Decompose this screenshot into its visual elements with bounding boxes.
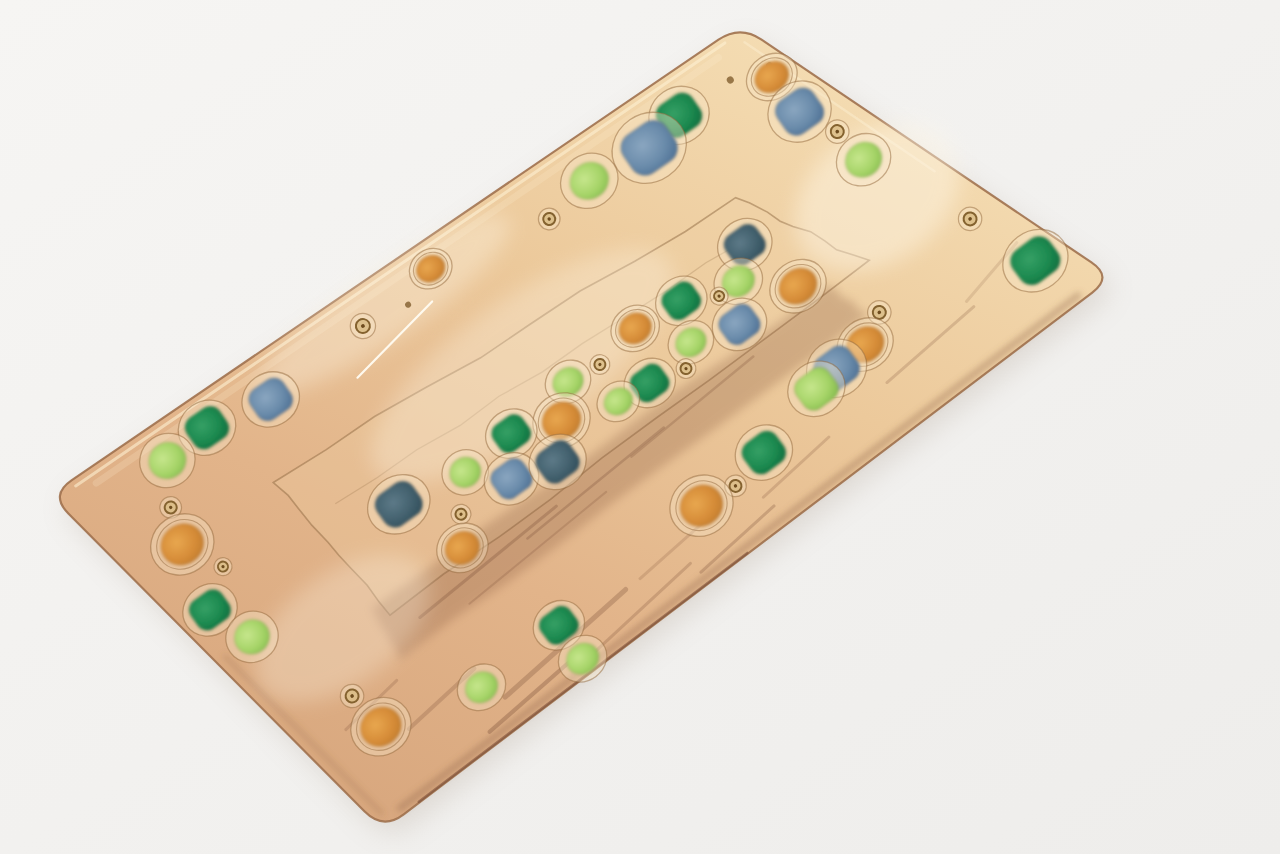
glass-tray-photo-svg (0, 0, 1280, 854)
product-photo (0, 0, 1280, 854)
